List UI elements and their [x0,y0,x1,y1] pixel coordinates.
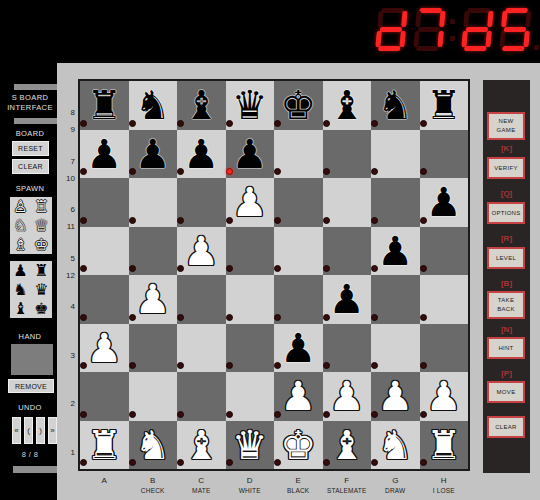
led [226,411,233,418]
square-b6[interactable] [129,178,178,227]
led [274,217,281,224]
led [80,120,87,127]
key-label-n: [N] [483,325,530,334]
hint-button[interactable]: HINT [487,337,525,359]
square-f8[interactable]: ♝ [323,81,372,130]
options-button[interactable]: OPTIONS [487,202,525,224]
square-h2[interactable]: ♟ [420,372,469,421]
led [371,314,378,321]
square-e7[interactable] [274,130,323,179]
new-game-button[interactable]: NEW GAME [487,112,525,140]
rank-label-3: 3 [61,351,75,360]
square-h4[interactable] [420,275,469,324]
square-b1[interactable]: ♞ [129,421,178,470]
file-label-e: E [274,476,323,485]
square-a6[interactable] [80,178,129,227]
led [420,362,427,369]
led [177,459,184,466]
chess-computer-app: S BOARD INTERFACE BOARD RESET CLEAR SPAW… [0,0,540,500]
white-pawn: ♟ [323,372,372,421]
black-bishop: ♝ [177,81,226,130]
spawn-black-queen[interactable]: ♛ [31,280,52,299]
square-f5[interactable] [323,227,372,276]
led [177,314,184,321]
key-label-r: [R] [483,234,530,243]
led [177,411,184,418]
file-label-g: G [371,476,420,485]
spawn-black-rook[interactable]: ♜ [31,261,52,280]
led [371,217,378,224]
square-h6[interactable]: ♟ [420,178,469,227]
led [177,168,184,175]
black-pawn: ♟ [177,130,226,179]
square-h8[interactable]: ♜ [420,81,469,130]
seven-segment-display [376,7,536,52]
square-a4[interactable] [80,275,129,324]
key-label-b: [B] [483,279,530,288]
led [226,459,233,466]
spawn-black-knight[interactable]: ♞ [10,280,31,299]
key-label-k: [K] [483,144,530,153]
square-d2[interactable] [226,372,275,421]
white-pawn: ♟ [226,178,275,227]
square-b5[interactable] [129,227,178,276]
led [80,265,87,272]
rank-label-4: 4 [61,302,75,311]
black-pawn: ♟ [371,227,420,276]
led [420,168,427,175]
led [371,168,378,175]
led [323,411,330,418]
board-frame: ♜♞♝♛♚♝♞♜♟♟♟♟♟♟♟♟♟♟♟♟♟♟♟♟♜♞♝♛♚♝♞♜ 8765432… [57,63,540,500]
black-queen: ♛ [226,81,275,130]
rank-label-6: 6 [61,205,75,214]
led [274,168,281,175]
divider [14,118,59,124]
clear-board-button[interactable]: CLEAR [12,159,49,174]
display-digit-d [460,7,494,51]
square-b2[interactable] [129,372,178,421]
square-c6[interactable] [177,178,226,227]
black-pawn: ♟ [80,130,129,179]
spawn-white-tray: ♙♖♘♕♗♔ [10,197,52,254]
undo-counter: 8 / 8 [0,450,60,459]
led [371,265,378,272]
led [226,217,233,224]
led [129,120,136,127]
display-digit-d [374,7,408,51]
square-f4[interactable]: ♟ [323,275,372,324]
rank-label-2: 2 [61,399,75,408]
square-a1[interactable]: ♜ [80,421,129,470]
square-f2[interactable]: ♟ [323,372,372,421]
black-knight: ♞ [129,81,178,130]
square-b8[interactable]: ♞ [129,81,178,130]
led [226,265,233,272]
square-d5[interactable] [226,227,275,276]
led [420,459,427,466]
led [274,265,281,272]
led [274,362,281,369]
undo-last-button[interactable]: » [48,417,57,444]
file-label-f: F [323,476,372,485]
white-pawn: ♟ [371,372,420,421]
led [80,411,87,418]
led [177,120,184,127]
square-f3[interactable] [323,324,372,373]
square-d1[interactable]: ♛ [226,421,275,470]
file-label-b: B [129,476,178,485]
square-d4[interactable] [226,275,275,324]
rank-label-7: 7 [61,157,75,166]
sidebar: S BOARD INTERFACE BOARD RESET CLEAR SPAW… [0,0,57,500]
led [80,459,87,466]
square-c3[interactable] [177,324,226,373]
led [274,314,281,321]
square-g7[interactable] [371,130,420,179]
white-pawn: ♟ [274,372,323,421]
spawn-white-knight[interactable]: ♘ [10,216,31,235]
white-rook: ♜ [420,421,469,470]
sidebar-title-line2: INTERFACE [0,103,60,112]
undo-back-button[interactable]: ( [24,417,33,444]
square-e2[interactable]: ♟ [274,372,323,421]
led [80,217,87,224]
led [177,217,184,224]
black-pawn: ♟ [129,130,178,179]
led [323,217,330,224]
square-g4[interactable] [371,275,420,324]
led [177,265,184,272]
corner-rank-label-11: 11 [59,222,75,231]
display-digit-5 [498,7,532,51]
square-g5[interactable]: ♟ [371,227,420,276]
corner-rank-label-9: 9 [59,125,75,134]
file-label-c: C [177,476,226,485]
display-decimal-dot [534,45,539,50]
black-knight: ♞ [371,81,420,130]
black-pawn: ♟ [420,178,469,227]
white-pawn: ♟ [420,372,469,421]
square-c5[interactable]: ♟ [177,227,226,276]
square-g8[interactable]: ♞ [371,81,420,130]
led [129,459,136,466]
square-e6[interactable] [274,178,323,227]
undo-controls: «()» [12,417,57,444]
white-bishop: ♝ [323,421,372,470]
white-knight: ♞ [129,421,178,470]
sidebar-title-line1: S BOARD [0,93,60,102]
led [274,120,281,127]
black-pawn: ♟ [274,324,323,373]
square-d7[interactable]: ♟ [226,130,275,179]
led [226,362,233,369]
display-digit-7 [412,7,446,51]
square-c8[interactable]: ♝ [177,81,226,130]
led [226,314,233,321]
black-king: ♚ [274,81,323,130]
spawn-white-rook[interactable]: ♖ [31,197,52,216]
led [420,265,427,272]
white-pawn: ♟ [129,275,178,324]
take-back-button[interactable]: TAKE BACK [487,291,525,319]
square-e8[interactable]: ♚ [274,81,323,130]
led [420,217,427,224]
chess-board: ♜♞♝♛♚♝♞♜♟♟♟♟♟♟♟♟♟♟♟♟♟♟♟♟♜♞♝♛♚♝♞♜ [78,79,470,471]
clear-display-button[interactable]: CLEAR [487,416,525,438]
black-rook: ♜ [80,81,129,130]
spawn-section-label: SPAWN [0,184,60,193]
led [323,459,330,466]
black-rook: ♜ [420,81,469,130]
spawn-black-bishop[interactable]: ♝ [10,299,31,318]
square-c7[interactable]: ♟ [177,130,226,179]
square-g3[interactable] [371,324,420,373]
led [177,362,184,369]
led [323,168,330,175]
led [371,459,378,466]
square-h7[interactable] [420,130,469,179]
reset-button[interactable]: RESET [12,141,49,156]
spawn-black-king[interactable]: ♚ [31,299,52,318]
black-pawn: ♟ [323,275,372,324]
square-f1[interactable]: ♝ [323,421,372,470]
level-button[interactable]: LEVEL [487,247,525,269]
square-f6[interactable] [323,178,372,227]
led [129,217,136,224]
undo-section-label: UNDO [0,403,60,412]
white-pawn: ♟ [80,324,129,373]
file-label-h: H [420,476,469,485]
white-bishop: ♝ [177,421,226,470]
remove-button[interactable]: REMOVE [8,379,54,393]
square-a7[interactable]: ♟ [80,130,129,179]
white-rook: ♜ [80,421,129,470]
spawn-white-bishop[interactable]: ♗ [10,235,31,254]
square-a2[interactable] [80,372,129,421]
status-label-i-lose: I LOSE [414,487,474,494]
square-d8[interactable]: ♛ [226,81,275,130]
rank-label-1: 1 [61,448,75,457]
key-panel: NEW GAME [K] VERIFY [Q] OPTIONS [R] LEVE… [483,80,530,473]
spawn-white-queen[interactable]: ♕ [31,216,52,235]
spawn-white-king[interactable]: ♔ [31,235,52,254]
led [323,120,330,127]
black-bishop: ♝ [323,81,372,130]
square-c4[interactable] [177,275,226,324]
square-h3[interactable] [420,324,469,373]
hand-section-label: HAND [0,332,60,341]
led [323,265,330,272]
verify-button[interactable]: VERIFY [487,157,525,179]
square-b4[interactable]: ♟ [129,275,178,324]
square-e4[interactable] [274,275,323,324]
key-label-p: [P] [483,369,530,378]
square-d6[interactable]: ♟ [226,178,275,227]
led [371,411,378,418]
hand-slot[interactable] [11,344,53,375]
led [80,168,87,175]
led [129,314,136,321]
led [274,411,281,418]
undo-first-button[interactable]: « [12,417,21,444]
spawn-black-tray: ♟♜♞♛♝♚ [10,261,52,318]
square-a8[interactable]: ♜ [80,81,129,130]
led [323,362,330,369]
square-e1[interactable]: ♚ [274,421,323,470]
square-g6[interactable] [371,178,420,227]
led [371,362,378,369]
file-label-a: A [80,476,129,485]
white-pawn: ♟ [177,227,226,276]
square-g2[interactable]: ♟ [371,372,420,421]
rank-label-8: 8 [61,108,75,117]
square-a5[interactable] [80,227,129,276]
led [323,314,330,321]
square-e3[interactable]: ♟ [274,324,323,373]
display-colon-dot [450,36,455,41]
square-c2[interactable] [177,372,226,421]
led [129,411,136,418]
square-g1[interactable]: ♞ [371,421,420,470]
led [274,459,281,466]
led [420,120,427,127]
square-h5[interactable] [420,227,469,276]
key-label-q: [Q] [483,189,530,198]
rank-label-5: 5 [61,254,75,263]
square-d3[interactable] [226,324,275,373]
square-e5[interactable] [274,227,323,276]
undo-forward-button[interactable]: ) [36,417,45,444]
board-section-label: BOARD [0,129,60,138]
led [226,120,233,127]
led [371,120,378,127]
led [420,314,427,321]
square-a3[interactable]: ♟ [80,324,129,373]
corner-rank-label-12: 12 [59,271,75,280]
spawn-white-pawn[interactable]: ♙ [10,197,31,216]
divider [14,84,59,90]
led [420,411,427,418]
led-lit [226,168,233,175]
spawn-black-pawn[interactable]: ♟ [10,261,31,280]
square-c1[interactable]: ♝ [177,421,226,470]
white-king: ♚ [274,421,323,470]
corner-rank-label-10: 10 [59,174,75,183]
move-button[interactable]: MOVE [487,381,525,403]
file-label-d: D [226,476,275,485]
led [80,362,87,369]
led [129,362,136,369]
square-b7[interactable]: ♟ [129,130,178,179]
black-pawn: ♟ [226,130,275,179]
divider [13,466,59,473]
display-colon-dot [450,19,455,24]
square-h1[interactable]: ♜ [420,421,469,470]
white-queen: ♛ [226,421,275,470]
led [129,168,136,175]
white-knight: ♞ [371,421,420,470]
square-b3[interactable] [129,324,178,373]
led [129,265,136,272]
led [80,314,87,321]
square-f7[interactable] [323,130,372,179]
